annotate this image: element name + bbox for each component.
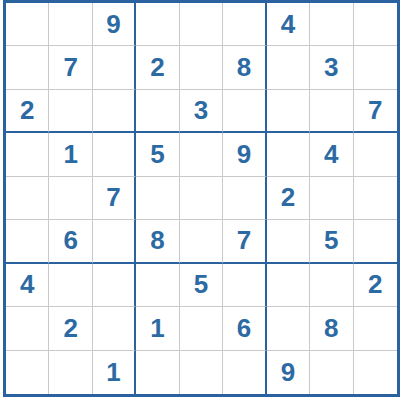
cell-r4c4[interactable]: 5 (136, 133, 179, 176)
cell-r1c9[interactable] (354, 3, 397, 46)
cell-r3c3[interactable] (93, 90, 136, 133)
cell-r3c6[interactable] (223, 90, 266, 133)
cell-r7c2[interactable] (49, 264, 92, 307)
cell-r6c1[interactable] (6, 220, 49, 263)
cell-r4c3[interactable] (93, 133, 136, 176)
cell-r4c1[interactable] (6, 133, 49, 176)
sudoku-board: 9472832371594726875452216819 (3, 0, 400, 397)
cell-r3c5[interactable]: 3 (180, 90, 223, 133)
cell-r1c2[interactable] (49, 3, 92, 46)
cell-r1c4[interactable] (136, 3, 179, 46)
cell-r6c9[interactable] (354, 220, 397, 263)
cell-r8c4[interactable]: 1 (136, 307, 179, 350)
cell-r6c3[interactable] (93, 220, 136, 263)
cell-r6c2[interactable]: 6 (49, 220, 92, 263)
cell-r4c8[interactable]: 4 (310, 133, 353, 176)
cell-r1c6[interactable] (223, 3, 266, 46)
cell-r5c2[interactable] (49, 177, 92, 220)
cell-r8c9[interactable] (354, 307, 397, 350)
cell-r8c3[interactable] (93, 307, 136, 350)
cell-r6c5[interactable] (180, 220, 223, 263)
cell-r9c9[interactable] (354, 351, 397, 394)
cell-r5c6[interactable] (223, 177, 266, 220)
cell-r8c1[interactable] (6, 307, 49, 350)
cell-r8c5[interactable] (180, 307, 223, 350)
cell-r2c5[interactable] (180, 46, 223, 89)
cell-r2c8[interactable]: 3 (310, 46, 353, 89)
cell-r9c4[interactable] (136, 351, 179, 394)
cell-r4c7[interactable] (267, 133, 310, 176)
cell-r5c4[interactable] (136, 177, 179, 220)
cell-r3c8[interactable] (310, 90, 353, 133)
cell-r2c7[interactable] (267, 46, 310, 89)
cell-r7c3[interactable] (93, 264, 136, 307)
cell-r3c7[interactable] (267, 90, 310, 133)
cell-r8c2[interactable]: 2 (49, 307, 92, 350)
cell-r4c2[interactable]: 1 (49, 133, 92, 176)
cell-r8c7[interactable] (267, 307, 310, 350)
cell-r5c3[interactable]: 7 (93, 177, 136, 220)
cell-r1c8[interactable] (310, 3, 353, 46)
cell-r1c1[interactable] (6, 3, 49, 46)
cell-r9c5[interactable] (180, 351, 223, 394)
cell-r2c6[interactable]: 8 (223, 46, 266, 89)
cell-r2c9[interactable] (354, 46, 397, 89)
cell-r5c7[interactable]: 2 (267, 177, 310, 220)
cell-r2c3[interactable] (93, 46, 136, 89)
cell-r6c7[interactable] (267, 220, 310, 263)
cell-r3c2[interactable] (49, 90, 92, 133)
cell-r5c5[interactable] (180, 177, 223, 220)
cell-r7c4[interactable] (136, 264, 179, 307)
cell-r9c3[interactable]: 1 (93, 351, 136, 394)
cell-r4c6[interactable]: 9 (223, 133, 266, 176)
cell-r2c4[interactable]: 2 (136, 46, 179, 89)
cell-r6c8[interactable]: 5 (310, 220, 353, 263)
cell-r7c6[interactable] (223, 264, 266, 307)
cell-r3c9[interactable]: 7 (354, 90, 397, 133)
cell-r1c5[interactable] (180, 3, 223, 46)
cell-r9c1[interactable] (6, 351, 49, 394)
cell-r4c5[interactable] (180, 133, 223, 176)
cell-r9c7[interactable]: 9 (267, 351, 310, 394)
cell-r5c9[interactable] (354, 177, 397, 220)
cell-r7c1[interactable]: 4 (6, 264, 49, 307)
cell-r8c6[interactable]: 6 (223, 307, 266, 350)
cell-r3c1[interactable]: 2 (6, 90, 49, 133)
cell-r7c5[interactable]: 5 (180, 264, 223, 307)
cell-r1c3[interactable]: 9 (93, 3, 136, 46)
cell-r7c7[interactable] (267, 264, 310, 307)
cell-r7c8[interactable] (310, 264, 353, 307)
cell-r3c4[interactable] (136, 90, 179, 133)
cell-r2c2[interactable]: 7 (49, 46, 92, 89)
cell-r6c6[interactable]: 7 (223, 220, 266, 263)
cell-r1c7[interactable]: 4 (267, 3, 310, 46)
cell-r5c1[interactable] (6, 177, 49, 220)
cell-r5c8[interactable] (310, 177, 353, 220)
cell-r9c2[interactable] (49, 351, 92, 394)
cell-r4c9[interactable] (354, 133, 397, 176)
cell-r6c4[interactable]: 8 (136, 220, 179, 263)
cell-r9c8[interactable] (310, 351, 353, 394)
cell-r2c1[interactable] (6, 46, 49, 89)
cell-r7c9[interactable]: 2 (354, 264, 397, 307)
cell-r8c8[interactable]: 8 (310, 307, 353, 350)
cell-r9c6[interactable] (223, 351, 266, 394)
